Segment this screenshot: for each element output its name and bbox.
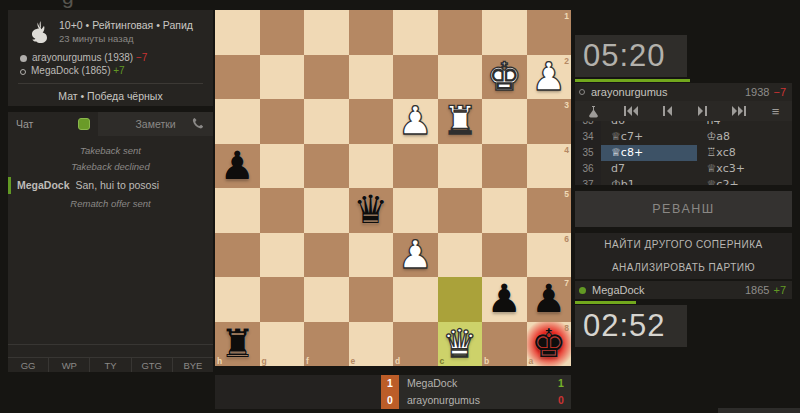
game-score: 1 bbox=[381, 375, 399, 392]
white-move[interactable]: ♕c8+ bbox=[601, 145, 697, 161]
square-e7[interactable] bbox=[349, 277, 394, 322]
square-h1[interactable] bbox=[215, 10, 260, 55]
square-f8[interactable]: f bbox=[304, 322, 349, 367]
square-a7[interactable]: ♟7 bbox=[527, 277, 572, 322]
chat-text: San, hui to pososi bbox=[76, 179, 159, 191]
black-move[interactable]: ♔a8 bbox=[697, 129, 793, 145]
white-move[interactable]: d6 bbox=[601, 121, 697, 129]
bottom-time-bar bbox=[575, 301, 636, 304]
square-e4[interactable] bbox=[349, 144, 394, 189]
top-player-name[interactable]: arayonurgumus bbox=[591, 86, 745, 98]
crosstable-player-name[interactable]: arayonurgumus bbox=[399, 392, 551, 409]
square-f5[interactable] bbox=[304, 188, 349, 233]
chess-board[interactable]: 1♚♟2♟♜3♟4♛5♟6♟♟7♜hgfed♛cb♚8a bbox=[215, 10, 571, 366]
rank-label: 3 bbox=[564, 100, 569, 110]
file-label: d bbox=[395, 356, 400, 366]
square-f2[interactable] bbox=[304, 55, 349, 100]
rank-label: 7 bbox=[564, 278, 569, 288]
crosstable-rows: 1MegaDock10arayonurgumus0 bbox=[381, 375, 571, 409]
move-row: 37♔b1♕c2+ bbox=[575, 177, 792, 185]
square-e3[interactable] bbox=[349, 99, 394, 144]
move-row: 36d7♕xc3+ bbox=[575, 161, 792, 177]
move-row: 34♕c7+♔a8 bbox=[575, 129, 792, 145]
tab-chat[interactable]: Чат bbox=[8, 112, 98, 136]
square-b8[interactable]: b bbox=[482, 322, 527, 367]
chat-system-message: Takeback sent bbox=[8, 143, 213, 159]
top-time-bar bbox=[575, 79, 690, 82]
square-e6[interactable] bbox=[349, 233, 394, 278]
black-pawn[interactable]: ♟ bbox=[531, 277, 566, 321]
offline-status-icon bbox=[579, 89, 585, 95]
next-move-icon[interactable] bbox=[698, 106, 707, 116]
game-time-ago: 23 минуты назад bbox=[59, 33, 193, 44]
crosstable-player-name[interactable]: MegaDock bbox=[399, 375, 551, 392]
move-list: 33d6h434♕c7+♔a835♕c8+♖xc836d7♕xc3+37♔b1♕… bbox=[575, 121, 792, 185]
file-label: h bbox=[217, 356, 222, 366]
rank-label: 2 bbox=[564, 56, 569, 66]
square-b2[interactable]: ♚ bbox=[482, 55, 527, 100]
chat-username[interactable]: MegaDock bbox=[17, 179, 70, 191]
square-g2[interactable] bbox=[260, 55, 305, 100]
chat-tabbar: Чат Заметки bbox=[8, 112, 213, 136]
file-label: a bbox=[529, 356, 534, 366]
chat-system-message: Rematch offer sent bbox=[8, 196, 213, 212]
top-clock: 05:20 bbox=[575, 35, 687, 77]
square-c7[interactable] bbox=[438, 277, 483, 322]
phone-icon[interactable] bbox=[192, 117, 205, 130]
square-e5[interactable]: ♛ bbox=[349, 188, 394, 233]
analyze-button[interactable]: АНАЛИЗИРОВАТЬ ПАРТИЮ bbox=[575, 256, 792, 279]
total-score: 1 bbox=[551, 375, 571, 392]
black-color-icon bbox=[20, 69, 26, 75]
file-label: g bbox=[262, 356, 267, 366]
square-d3[interactable]: ♟ bbox=[393, 99, 438, 144]
square-c6[interactable] bbox=[438, 233, 483, 278]
black-move[interactable]: ♕c2+ bbox=[697, 177, 793, 185]
lichess-game-page: g 10+0 • Рейтинговая • Рапид 23 минуты н… bbox=[0, 0, 800, 413]
white-king[interactable]: ♚ bbox=[487, 55, 522, 99]
chat-preset-bye[interactable]: BYE bbox=[172, 358, 213, 372]
analysis-icon[interactable] bbox=[588, 105, 599, 118]
move-number: 37 bbox=[575, 177, 601, 185]
square-a2[interactable]: ♟2 bbox=[527, 55, 572, 100]
white-move[interactable]: ♕c7+ bbox=[601, 129, 697, 145]
square-h7[interactable] bbox=[215, 277, 260, 322]
rapid-rabbit-icon bbox=[28, 20, 50, 44]
square-b3[interactable] bbox=[482, 99, 527, 144]
black-player-line[interactable]: MegaDock (1865) +7 bbox=[20, 64, 213, 77]
black-move[interactable]: ♕xc3+ bbox=[697, 161, 793, 177]
move-number: 36 bbox=[575, 161, 601, 177]
file-label: c bbox=[440, 356, 445, 366]
top-player-delta: −7 bbox=[773, 86, 786, 98]
new-opponent-button[interactable]: НАЙТИ ДРУГОГО СОПЕРНИКА bbox=[575, 233, 792, 256]
right-panel: 05:20 arayonurgumus 1938 −7 ≡ bbox=[575, 0, 792, 413]
crosstable-row[interactable]: 1MegaDock1 bbox=[381, 375, 571, 392]
square-c4[interactable] bbox=[438, 144, 483, 189]
bottom-player-delta: +7 bbox=[773, 284, 786, 296]
square-h8[interactable]: ♜h bbox=[215, 322, 260, 367]
menu-icon[interactable]: ≡ bbox=[772, 104, 780, 119]
last-move-icon[interactable] bbox=[732, 106, 746, 116]
chat-system-message: Takeback declined bbox=[8, 159, 213, 175]
square-a1[interactable]: 1 bbox=[527, 10, 572, 55]
file-label: b bbox=[484, 356, 489, 366]
square-d5[interactable] bbox=[393, 188, 438, 233]
post-game-actions: НАЙТИ ДРУГОГО СОПЕРНИКА АНАЛИЗИРОВАТЬ ПА… bbox=[575, 233, 792, 279]
black-rating-delta: +7 bbox=[113, 65, 124, 76]
black-king[interactable]: ♚ bbox=[531, 322, 566, 366]
chat-input[interactable] bbox=[8, 344, 213, 357]
square-e8[interactable]: e bbox=[349, 322, 394, 367]
crosstable-row[interactable]: 0arayonurgumus0 bbox=[381, 392, 571, 409]
square-c1[interactable] bbox=[438, 10, 483, 55]
square-f7[interactable] bbox=[304, 277, 349, 322]
square-a4[interactable]: 4 bbox=[527, 144, 572, 189]
top-player-row: arayonurgumus 1938 −7 bbox=[575, 83, 792, 101]
move-toolbar: ≡ bbox=[575, 101, 792, 121]
bottom-player-row: MegaDock 1865 +7 bbox=[575, 281, 792, 299]
white-pawn[interactable]: ♟ bbox=[398, 99, 433, 143]
square-d4[interactable] bbox=[393, 144, 438, 189]
square-d2[interactable] bbox=[393, 55, 438, 100]
rank-label: 6 bbox=[564, 234, 569, 244]
square-d1[interactable] bbox=[393, 10, 438, 55]
square-a3[interactable]: 3 bbox=[527, 99, 572, 144]
bottom-player-rating: 1865 bbox=[745, 284, 769, 296]
square-c3[interactable]: ♜ bbox=[438, 99, 483, 144]
square-e2[interactable] bbox=[349, 55, 394, 100]
file-label: e bbox=[351, 356, 356, 366]
chat-preset-ty[interactable]: TY bbox=[89, 358, 130, 372]
square-g3[interactable] bbox=[260, 99, 305, 144]
square-g8[interactable]: g bbox=[260, 322, 305, 367]
black-queen[interactable]: ♛ bbox=[353, 188, 388, 232]
square-a6[interactable]: 6 bbox=[527, 233, 572, 278]
game-result-text: Мат • Победа чёрных bbox=[8, 84, 213, 102]
move-list-rows: 33d6h434♕c7+♔a835♕c8+♖xc836d7♕xc3+37♔b1♕… bbox=[575, 121, 792, 185]
chat-preset-gtg[interactable]: GTG bbox=[131, 358, 172, 372]
site-logo-fragment: g bbox=[62, 0, 74, 9]
square-h6[interactable] bbox=[215, 233, 260, 278]
square-b1[interactable] bbox=[482, 10, 527, 55]
square-g6[interactable] bbox=[260, 233, 305, 278]
crosstable: 1MegaDock10arayonurgumus0 bbox=[215, 375, 571, 409]
square-b6[interactable] bbox=[482, 233, 527, 278]
square-h3[interactable] bbox=[215, 99, 260, 144]
rank-label: 5 bbox=[564, 189, 569, 199]
rematch-button[interactable]: РЕВАНШ bbox=[575, 191, 792, 227]
square-d7[interactable] bbox=[393, 277, 438, 322]
white-player-line[interactable]: arayonurgumus (1938) −7 bbox=[20, 51, 213, 64]
prev-move-icon[interactable] bbox=[663, 106, 672, 116]
game-score: 0 bbox=[381, 392, 399, 409]
move-number: 34 bbox=[575, 129, 601, 145]
square-h5[interactable] bbox=[215, 188, 260, 233]
square-a5[interactable]: 5 bbox=[527, 188, 572, 233]
black-pawn[interactable]: ♟ bbox=[487, 277, 522, 321]
game-meta-panel: 10+0 • Рейтинговая • Рапид 23 минуты наз… bbox=[8, 10, 213, 106]
square-f1[interactable] bbox=[304, 10, 349, 55]
chat-messages: Takeback sentTakeback declinedMegaDockSa… bbox=[8, 136, 213, 344]
square-g7[interactable] bbox=[260, 277, 305, 322]
first-move-icon[interactable] bbox=[624, 106, 638, 116]
white-pawn[interactable]: ♟ bbox=[531, 55, 566, 99]
move-number: 33 bbox=[575, 121, 601, 129]
square-f6[interactable] bbox=[304, 233, 349, 278]
square-a8[interactable]: ♚8a bbox=[527, 322, 572, 367]
square-d8[interactable]: d bbox=[393, 322, 438, 367]
white-rook[interactable]: ♜ bbox=[442, 99, 477, 143]
square-g1[interactable] bbox=[260, 10, 305, 55]
square-e1[interactable] bbox=[349, 10, 394, 55]
bottom-clock: 02:52 bbox=[575, 305, 687, 347]
move-row: 35♕c8+♖xc8 bbox=[575, 145, 792, 161]
top-player-rating: 1938 bbox=[745, 86, 769, 98]
square-b4[interactable] bbox=[482, 144, 527, 189]
chat-toggle[interactable] bbox=[78, 118, 90, 130]
black-move[interactable]: ♖xc8 bbox=[697, 145, 793, 161]
online-status-icon bbox=[579, 287, 586, 294]
rank-label: 8 bbox=[564, 323, 569, 333]
square-f4[interactable] bbox=[304, 144, 349, 189]
chat-panel: Чат Заметки Takeback sentTakeback declin… bbox=[8, 112, 213, 372]
white-move[interactable]: d7 bbox=[601, 161, 697, 177]
black-move[interactable]: h4 bbox=[697, 121, 793, 129]
square-h2[interactable] bbox=[215, 55, 260, 100]
move-row: 33d6h4 bbox=[575, 121, 792, 129]
square-b5[interactable] bbox=[482, 188, 527, 233]
chat-presets: GGWPTYGTGBYE bbox=[8, 357, 213, 372]
tab-notes[interactable]: Заметки bbox=[98, 112, 213, 136]
chat-preset-gg[interactable]: GG bbox=[8, 358, 48, 372]
square-g5[interactable] bbox=[260, 188, 305, 233]
square-c5[interactable] bbox=[438, 188, 483, 233]
square-b7[interactable]: ♟ bbox=[482, 277, 527, 322]
move-number: 35 bbox=[575, 145, 601, 161]
white-rating-delta: −7 bbox=[136, 52, 147, 63]
file-label: f bbox=[306, 356, 309, 366]
white-color-icon bbox=[20, 55, 27, 62]
square-h4[interactable]: ♟ bbox=[215, 144, 260, 189]
square-f3[interactable] bbox=[304, 99, 349, 144]
chat-preset-wp[interactable]: WP bbox=[48, 358, 89, 372]
square-c2[interactable] bbox=[438, 55, 483, 100]
square-g4[interactable] bbox=[260, 144, 305, 189]
black-rook[interactable]: ♜ bbox=[220, 322, 255, 366]
white-queen[interactable]: ♛ bbox=[442, 322, 477, 366]
total-score: 0 bbox=[551, 392, 571, 409]
black-pawn[interactable]: ♟ bbox=[220, 144, 255, 188]
white-move[interactable]: ♔b1 bbox=[601, 177, 697, 185]
square-d6[interactable]: ♟ bbox=[393, 233, 438, 278]
chat-user-message: MegaDockSan, hui to pososi bbox=[8, 177, 213, 194]
white-pawn[interactable]: ♟ bbox=[398, 233, 433, 277]
game-setup-text: 10+0 • Рейтинговая • Рапид bbox=[59, 19, 193, 31]
square-c8[interactable]: ♛c bbox=[438, 322, 483, 367]
rank-label: 1 bbox=[564, 11, 569, 21]
bottom-player-name[interactable]: MegaDock bbox=[592, 284, 745, 296]
rank-label: 4 bbox=[564, 145, 569, 155]
footer-edge bbox=[718, 408, 800, 413]
